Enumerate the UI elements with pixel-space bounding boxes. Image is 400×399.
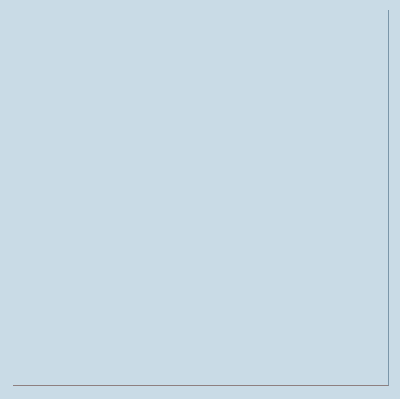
chess-board-frame: [0, 0, 400, 399]
rank-labels: [0, 10, 13, 386]
chess-board: [13, 10, 389, 386]
file-labels: [13, 386, 389, 399]
